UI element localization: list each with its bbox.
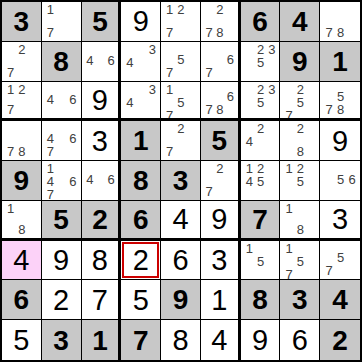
given-digit: 7 <box>133 326 149 355</box>
given-digit: 8 <box>53 47 69 76</box>
given-digit: 3 <box>14 7 30 36</box>
cell-r1c2[interactable]: 17 <box>42 2 82 42</box>
cell-r4c2[interactable]: 467 <box>42 121 82 161</box>
cell-r4c5[interactable]: 27 <box>161 121 201 161</box>
candidate-digit: 7 <box>204 185 215 198</box>
candidates-grid: 18 <box>2 201 41 238</box>
entry-digit: 7 <box>92 285 108 315</box>
cell-r1c7[interactable]: 6 <box>241 2 281 42</box>
entry-digit: 6 <box>172 245 188 275</box>
entry-digit: 3 <box>211 245 227 275</box>
candidate-digit: 7 <box>204 103 215 116</box>
candidate-digit: 2 <box>16 43 27 56</box>
candidate-digit: 6 <box>225 53 236 66</box>
candidate-digit: 8 <box>295 145 306 158</box>
candidates-grid: 125 <box>280 161 319 200</box>
candidate-digit: 1 <box>283 162 294 175</box>
given-digit: 2 <box>92 205 108 234</box>
candidate-digit: 6 <box>67 132 78 145</box>
cell-r2c2[interactable]: 8 <box>42 42 82 82</box>
entry-digit: 3 <box>92 126 108 156</box>
candidates-grid: 78 <box>320 2 360 41</box>
candidates-grid: 24 <box>241 121 280 160</box>
candidate-digit: 1 <box>5 202 16 215</box>
candidates-grid: 127 <box>2 82 41 119</box>
candidate-digit: 7 <box>204 66 215 79</box>
cell-r4c9[interactable]: 9 <box>320 121 360 161</box>
candidates-grid: 34 <box>121 82 160 119</box>
cell-r5c2[interactable]: 1467 <box>42 161 82 201</box>
candidate-digit: 8 <box>295 223 306 236</box>
entry-digit: 2 <box>53 285 69 315</box>
cell-r3c6[interactable]: 678 <box>201 82 241 122</box>
candidates-grid: 67 <box>201 42 238 81</box>
cell-r6c6[interactable]: 9 <box>201 201 241 241</box>
cell-r6c7[interactable]: 7 <box>241 201 281 241</box>
candidate-digit: 3 <box>266 43 277 56</box>
entry-digit: 1 <box>211 285 227 315</box>
cell-r8c3[interactable]: 7 <box>82 280 122 320</box>
candidate-digit: 5 <box>255 255 266 268</box>
candidate-digit: 6 <box>106 173 117 186</box>
entry-digit: 9 <box>92 85 108 115</box>
entry-digit: 2 <box>133 245 149 275</box>
given-digit: 3 <box>173 166 189 195</box>
candidates-grid: 27 <box>161 121 200 160</box>
candidate-digit: 7 <box>45 26 56 39</box>
cell-r2c3[interactable]: 46 <box>82 42 122 82</box>
cell-r6c5[interactable]: 4 <box>161 201 201 241</box>
cell-r7c8[interactable]: 157 <box>280 241 320 281</box>
candidate-digit: 5 <box>295 96 306 109</box>
candidate-digit: 7 <box>5 66 16 79</box>
candidates-grid: 678 <box>201 82 238 119</box>
cell-r1c5[interactable]: 127 <box>161 2 201 42</box>
candidate-digit: 1 <box>283 202 294 215</box>
cell-r9c3[interactable]: 1 <box>82 320 122 360</box>
cell-r6c2[interactable]: 5 <box>42 201 82 241</box>
given-digit: 1 <box>332 47 348 76</box>
cell-r2c5[interactable]: 57 <box>161 42 201 82</box>
candidates-grid: 257 <box>280 82 319 119</box>
candidate-digit: 7 <box>5 103 16 116</box>
entry-digit: 9 <box>53 245 69 275</box>
candidate-digit: 5 <box>255 56 266 69</box>
candidates-grid: 157 <box>280 241 319 280</box>
candidate-digit: 2 <box>175 3 186 16</box>
candidate-digit: 7 <box>45 188 56 201</box>
candidates-grid: 235 <box>241 42 280 81</box>
candidate-digit: 7 <box>164 26 175 39</box>
cell-r6c1[interactable]: 18 <box>2 201 42 241</box>
candidate-digit: 6 <box>346 173 358 186</box>
cell-r3c8[interactable]: 257 <box>280 82 320 122</box>
candidate-digit: 1 <box>5 83 16 96</box>
cell-r8c4[interactable]: 5 <box>121 280 161 320</box>
cell-r8c6[interactable]: 1 <box>201 280 241 320</box>
given-digit: 2 <box>332 326 348 355</box>
candidate-digit: 6 <box>67 93 78 106</box>
candidates-grid: 467 <box>42 121 81 160</box>
cell-r8c5[interactable]: 9 <box>161 280 201 320</box>
candidate-digit: 4 <box>244 175 255 188</box>
candidate-digit: 5 <box>335 251 347 264</box>
cell-r2c6[interactable]: 67 <box>201 42 241 82</box>
candidate-digit: 4 <box>124 96 135 109</box>
given-digit: 6 <box>252 7 268 36</box>
cell-r3c2[interactable]: 46 <box>42 82 82 122</box>
cell-r5c4[interactable]: 8 <box>121 161 161 201</box>
candidate-digit: 2 <box>175 122 186 135</box>
candidates-grid: 27 <box>2 42 41 81</box>
candidate-digit: 2 <box>255 83 266 96</box>
candidate-digit: 8 <box>214 26 225 39</box>
given-digit: 5 <box>92 7 108 36</box>
candidates-grid: 235 <box>241 82 280 119</box>
cell-r5c1[interactable]: 9 <box>2 161 42 201</box>
candidates-grid: 57 <box>161 42 200 81</box>
candidates-grid: 278 <box>201 2 238 41</box>
candidate-digit: 7 <box>5 145 16 158</box>
candidates-grid: 78 <box>2 121 41 160</box>
candidate-digit: 7 <box>164 145 175 158</box>
candidate-digit: 7 <box>45 145 56 158</box>
given-digit: 3 <box>292 285 308 314</box>
cell-r7c5[interactable]: 6 <box>161 241 201 281</box>
cell-r8c2[interactable]: 2 <box>42 280 82 320</box>
candidate-digit: 1 <box>244 242 255 255</box>
candidate-digit: 6 <box>67 175 78 188</box>
candidate-digit: 2 <box>255 43 266 56</box>
cell-r3c7[interactable]: 235 <box>241 82 281 122</box>
cell-r8c9[interactable]: 4 <box>320 280 360 320</box>
given-digit: 8 <box>133 166 149 195</box>
candidate-digit: 7 <box>323 26 335 39</box>
cell-r7c3[interactable]: 8 <box>82 241 122 281</box>
candidates-grid: 17 <box>42 2 81 41</box>
candidates-grid: 1245 <box>241 161 280 200</box>
cell-r2c4[interactable]: 34 <box>121 42 161 82</box>
candidate-digit: 8 <box>335 26 347 39</box>
cell-r5c8[interactable]: 125 <box>280 161 320 201</box>
given-digit: 1 <box>92 326 108 355</box>
candidate-digit: 2 <box>16 83 27 96</box>
cell-r3c3[interactable]: 9 <box>82 82 122 122</box>
entry-digit: 3 <box>332 204 348 234</box>
cell-r8c7[interactable]: 8 <box>241 280 281 320</box>
given-digit: 9 <box>14 166 30 195</box>
candidates-grid: 28 <box>280 121 319 160</box>
cell-r7c4[interactable]: 2 <box>121 241 161 281</box>
cell-r9c8[interactable]: 6 <box>280 320 320 360</box>
cell-r9c7[interactable]: 9 <box>241 320 281 360</box>
candidate-digit: 2 <box>295 83 306 96</box>
given-digit: 7 <box>252 205 268 234</box>
cell-r7c9[interactable]: 57 <box>320 241 360 281</box>
candidate-digit: 2 <box>295 122 306 135</box>
candidates-grid: 46 <box>82 161 119 200</box>
candidate-digit: 1 <box>283 242 294 255</box>
cell-r1c3[interactable]: 5 <box>82 2 122 42</box>
candidates-grid: 15 <box>241 241 280 280</box>
cell-r3c5[interactable]: 157 <box>161 82 201 122</box>
entry-digit: 4 <box>172 204 188 234</box>
entry-digit: 6 <box>292 325 308 355</box>
candidates-grid: 127 <box>161 2 200 41</box>
cell-r7c6[interactable]: 3 <box>201 241 241 281</box>
candidate-digit: 1 <box>45 3 56 16</box>
candidates-grid: 46 <box>42 82 81 119</box>
candidate-digit: 1 <box>164 3 175 16</box>
cell-r9c9[interactable]: 2 <box>320 320 360 360</box>
candidate-digit: 4 <box>85 54 96 67</box>
candidate-digit: 7 <box>323 264 335 277</box>
candidates-grid: 57 <box>320 241 360 280</box>
cell-r8c8[interactable]: 3 <box>280 280 320 320</box>
cell-r1c1[interactable]: 3 <box>2 2 42 42</box>
cell-r1c8[interactable]: 4 <box>280 2 320 42</box>
cell-r6c8[interactable]: 18 <box>280 201 320 241</box>
candidate-digit: 1 <box>164 83 175 96</box>
cell-r4c4[interactable]: 1 <box>121 121 161 161</box>
cell-r9c5[interactable]: 8 <box>161 320 201 360</box>
cell-r2c9[interactable]: 1 <box>320 42 360 82</box>
given-digit: 6 <box>133 205 149 234</box>
entry-digit: 9 <box>252 325 268 355</box>
cell-r6c4[interactable]: 6 <box>121 201 161 241</box>
cell-r8c1[interactable]: 6 <box>2 280 42 320</box>
cell-r1c4[interactable]: 9 <box>121 2 161 42</box>
cell-r5c9[interactable]: 56 <box>320 161 360 201</box>
candidate-digit: 7 <box>283 109 294 122</box>
given-digit: 5 <box>53 205 69 234</box>
cell-r3c4[interactable]: 34 <box>121 82 161 122</box>
cell-r5c5[interactable]: 3 <box>161 161 201 201</box>
candidate-digit: 3 <box>147 83 158 96</box>
given-digit: 9 <box>292 47 308 76</box>
candidate-digit: 5 <box>295 255 306 268</box>
candidate-digit: 4 <box>244 135 255 148</box>
candidates-grid: 34 <box>121 42 160 81</box>
candidate-digit: 5 <box>175 96 186 109</box>
cell-r4c3[interactable]: 3 <box>82 121 122 161</box>
cell-r3c9[interactable]: 578 <box>320 82 360 122</box>
cell-r2c8[interactable]: 9 <box>280 42 320 82</box>
candidates-grid: 1467 <box>42 161 81 200</box>
cell-r1c9[interactable]: 78 <box>320 2 360 42</box>
candidate-digit: 5 <box>335 173 347 186</box>
candidates-grid: 578 <box>320 82 360 119</box>
candidate-digit: 4 <box>85 173 96 186</box>
cell-r2c1[interactable]: 27 <box>2 42 42 82</box>
candidate-digit: 3 <box>147 43 158 56</box>
given-digit: 4 <box>292 7 308 36</box>
cell-r7c1[interactable]: 4 <box>2 241 42 281</box>
entry-digit: 8 <box>172 325 188 355</box>
cell-r9c2[interactable]: 3 <box>42 320 82 360</box>
candidates-grid: 56 <box>320 161 360 200</box>
given-digit: 1 <box>133 126 149 155</box>
entry-digit: 9 <box>332 126 348 156</box>
cell-r9c1[interactable]: 5 <box>2 320 42 360</box>
given-digit: 5 <box>211 126 227 155</box>
candidate-digit: 8 <box>16 145 27 158</box>
candidate-digit: 6 <box>225 90 236 103</box>
cell-r6c9[interactable]: 3 <box>320 201 360 241</box>
candidate-digit: 2 <box>255 122 266 135</box>
candidate-digit: 5 <box>255 175 266 188</box>
candidate-digit: 7 <box>164 109 175 122</box>
candidates-grid: 18 <box>280 201 319 238</box>
cell-r5c6[interactable]: 27 <box>201 161 241 201</box>
entry-digit: 4 <box>211 325 227 355</box>
candidates-grid: 46 <box>82 42 119 81</box>
entry-digit: 9 <box>211 204 227 234</box>
cell-r4c7[interactable]: 24 <box>241 121 281 161</box>
given-digit: 6 <box>14 285 30 314</box>
cell-r4c8[interactable]: 28 <box>280 121 320 161</box>
cell-r5c7[interactable]: 1245 <box>241 161 281 201</box>
cell-r9c6[interactable]: 4 <box>201 320 241 360</box>
entry-digit: 5 <box>133 285 149 315</box>
cell-r2c7[interactable]: 235 <box>241 42 281 82</box>
candidates-grid: 157 <box>161 82 200 119</box>
cell-r7c7[interactable]: 15 <box>241 241 281 281</box>
given-digit: 3 <box>53 326 69 355</box>
candidate-digit: 5 <box>175 53 186 66</box>
candidate-digit: 7 <box>204 26 215 39</box>
candidate-digit: 8 <box>335 103 347 116</box>
candidate-digit: 2 <box>214 162 225 175</box>
cell-r9c4[interactable]: 7 <box>121 320 161 360</box>
candidate-digit: 7 <box>323 103 335 116</box>
cell-r1c6[interactable]: 278 <box>201 2 241 42</box>
cell-r5c3[interactable]: 46 <box>82 161 122 201</box>
candidate-digit: 7 <box>283 268 294 281</box>
cell-r6c3[interactable]: 2 <box>82 201 122 241</box>
candidate-digit: 2 <box>214 3 225 16</box>
entry-digit: 4 <box>13 245 29 275</box>
candidate-digit: 3 <box>266 83 277 96</box>
candidate-digit: 4 <box>45 93 56 106</box>
cell-r4c6[interactable]: 5 <box>201 121 241 161</box>
entry-digit: 9 <box>133 6 149 36</box>
entry-digit: 8 <box>92 245 108 275</box>
candidates-grid: 27 <box>201 161 238 200</box>
sudoku-board: 3175912727864782784634576723591127469341… <box>0 0 362 362</box>
cell-r3c1[interactable]: 127 <box>2 82 42 122</box>
given-digit: 8 <box>252 285 268 314</box>
cell-r7c2[interactable]: 9 <box>42 241 82 281</box>
candidate-digit: 7 <box>164 66 175 79</box>
cell-r4c1[interactable]: 78 <box>2 121 42 161</box>
candidate-digit: 5 <box>295 175 306 188</box>
given-digit: 9 <box>173 285 189 314</box>
entry-digit: 5 <box>13 325 29 355</box>
candidate-digit: 6 <box>106 54 117 67</box>
candidate-digit: 4 <box>124 56 135 69</box>
candidate-digit: 8 <box>16 223 27 236</box>
candidate-digit: 5 <box>255 96 266 109</box>
candidate-digit: 8 <box>214 103 225 116</box>
given-digit: 4 <box>332 285 348 314</box>
